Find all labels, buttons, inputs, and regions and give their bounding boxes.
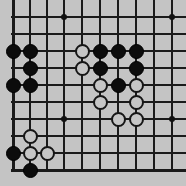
stone-white-E7[interactable] — [75, 61, 90, 76]
grid-line-horizontal-9 — [11, 33, 186, 35]
grid-line-vertical-E — [81, 0, 83, 172]
stone-black-B7[interactable] — [23, 61, 38, 76]
stone-black-A2[interactable] — [6, 146, 21, 161]
stone-white-H4[interactable] — [129, 112, 144, 127]
grid-line-horizontal-10 — [11, 16, 186, 18]
star-point-K10 — [169, 14, 175, 20]
go-board[interactable] — [0, 0, 186, 186]
stone-black-G8[interactable] — [111, 44, 126, 59]
stone-white-C2[interactable] — [40, 146, 55, 161]
stone-black-F8[interactable] — [93, 44, 108, 59]
grid-line-vertical-D — [63, 0, 65, 172]
stone-white-B3[interactable] — [23, 129, 38, 144]
stone-black-H8[interactable] — [129, 44, 144, 59]
stone-black-B8[interactable] — [23, 44, 38, 59]
star-point-D4 — [61, 116, 67, 122]
grid-line-horizontal-4 — [11, 118, 186, 120]
stone-black-F7[interactable] — [93, 61, 108, 76]
grid-line-vertical-J — [153, 0, 155, 172]
star-point-K4 — [169, 116, 175, 122]
grid-line-vertical-K — [171, 0, 173, 172]
stone-black-H7[interactable] — [129, 61, 144, 76]
stone-black-B6[interactable] — [23, 78, 38, 93]
stone-white-G4[interactable] — [111, 112, 126, 127]
star-point-D10 — [61, 14, 67, 20]
screenshot-stage — [0, 0, 186, 186]
stone-white-F6[interactable] — [93, 78, 108, 93]
stone-white-H6[interactable] — [129, 78, 144, 93]
stone-black-A8[interactable] — [6, 44, 21, 59]
stone-black-A6[interactable] — [6, 78, 21, 93]
stone-white-F5[interactable] — [93, 95, 108, 110]
stone-white-H5[interactable] — [129, 95, 144, 110]
stone-black-G6[interactable] — [111, 78, 126, 93]
stone-white-E8[interactable] — [75, 44, 90, 59]
stone-black-B1[interactable] — [23, 163, 38, 178]
stone-white-B2[interactable] — [23, 146, 38, 161]
